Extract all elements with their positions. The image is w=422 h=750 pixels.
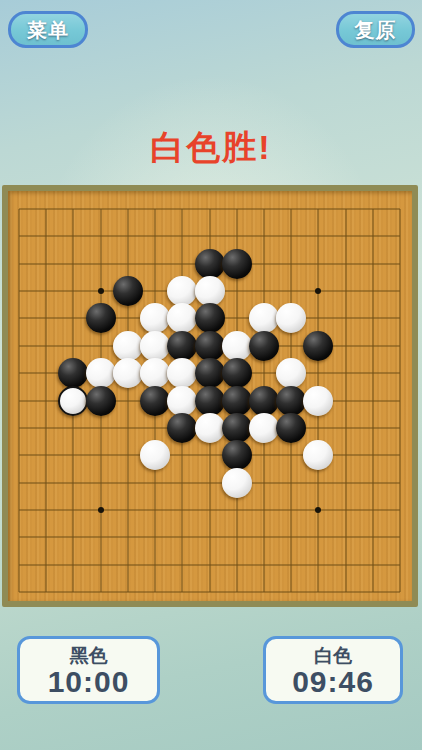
white-stone — [249, 303, 279, 333]
black-stone — [113, 276, 143, 306]
restore-button[interactable]: 复原 — [336, 11, 415, 48]
white-stone — [113, 331, 143, 361]
white-stone — [303, 386, 333, 416]
status-text: 白色胜! — [0, 125, 422, 171]
black-stone — [222, 249, 252, 279]
black-stone — [222, 358, 252, 388]
black-stone — [195, 386, 225, 416]
black-stone — [167, 331, 197, 361]
black-stone — [58, 358, 88, 388]
black-stone — [303, 331, 333, 361]
game-board[interactable] — [2, 185, 418, 607]
white-stone — [276, 358, 306, 388]
white-stone — [195, 413, 225, 443]
grid-line — [372, 209, 373, 592]
white-stone — [140, 303, 170, 333]
white-stone — [303, 440, 333, 470]
board-grid[interactable] — [19, 209, 400, 592]
white-stone — [113, 358, 143, 388]
white-stone — [167, 303, 197, 333]
white-stone — [222, 468, 252, 498]
black-stone — [140, 386, 170, 416]
white-timer-label: 白色 — [266, 646, 400, 667]
black-stone — [249, 331, 279, 361]
black-stone — [249, 386, 279, 416]
star-point — [315, 507, 321, 513]
grid-line — [19, 455, 400, 456]
black-stone — [195, 249, 225, 279]
grid-line — [345, 209, 346, 592]
star-point — [98, 507, 104, 513]
white-timer-time: 09:46 — [266, 667, 400, 697]
grid-line — [400, 209, 401, 592]
white-timer-box: 白色 09:46 — [263, 636, 403, 704]
black-stone — [276, 386, 306, 416]
black-stone — [222, 440, 252, 470]
black-timer-box: 黑色 10:00 — [17, 636, 160, 704]
grid-line — [19, 592, 400, 593]
grid-line — [19, 564, 400, 565]
white-stone — [167, 386, 197, 416]
black-timer-time: 10:00 — [20, 667, 157, 697]
black-stone — [86, 303, 116, 333]
black-timer-label: 黑色 — [20, 646, 157, 667]
black-stone — [222, 413, 252, 443]
white-stone — [140, 358, 170, 388]
black-stone — [167, 413, 197, 443]
grid-line — [19, 482, 400, 483]
grid-line — [19, 537, 400, 538]
white-stone — [167, 276, 197, 306]
white-stone — [86, 358, 116, 388]
black-stone — [195, 331, 225, 361]
black-stone — [195, 303, 225, 333]
black-stone — [86, 386, 116, 416]
menu-button[interactable]: 菜单 — [8, 11, 88, 48]
white-stone — [58, 386, 88, 416]
star-point — [98, 288, 104, 294]
white-stone — [222, 331, 252, 361]
white-stone — [140, 331, 170, 361]
black-stone — [222, 386, 252, 416]
grid-line — [19, 509, 400, 510]
black-stone — [276, 413, 306, 443]
white-stone — [195, 276, 225, 306]
star-point — [315, 288, 321, 294]
white-stone — [249, 413, 279, 443]
white-stone — [140, 440, 170, 470]
black-stone — [195, 358, 225, 388]
white-stone — [276, 303, 306, 333]
white-stone — [167, 358, 197, 388]
